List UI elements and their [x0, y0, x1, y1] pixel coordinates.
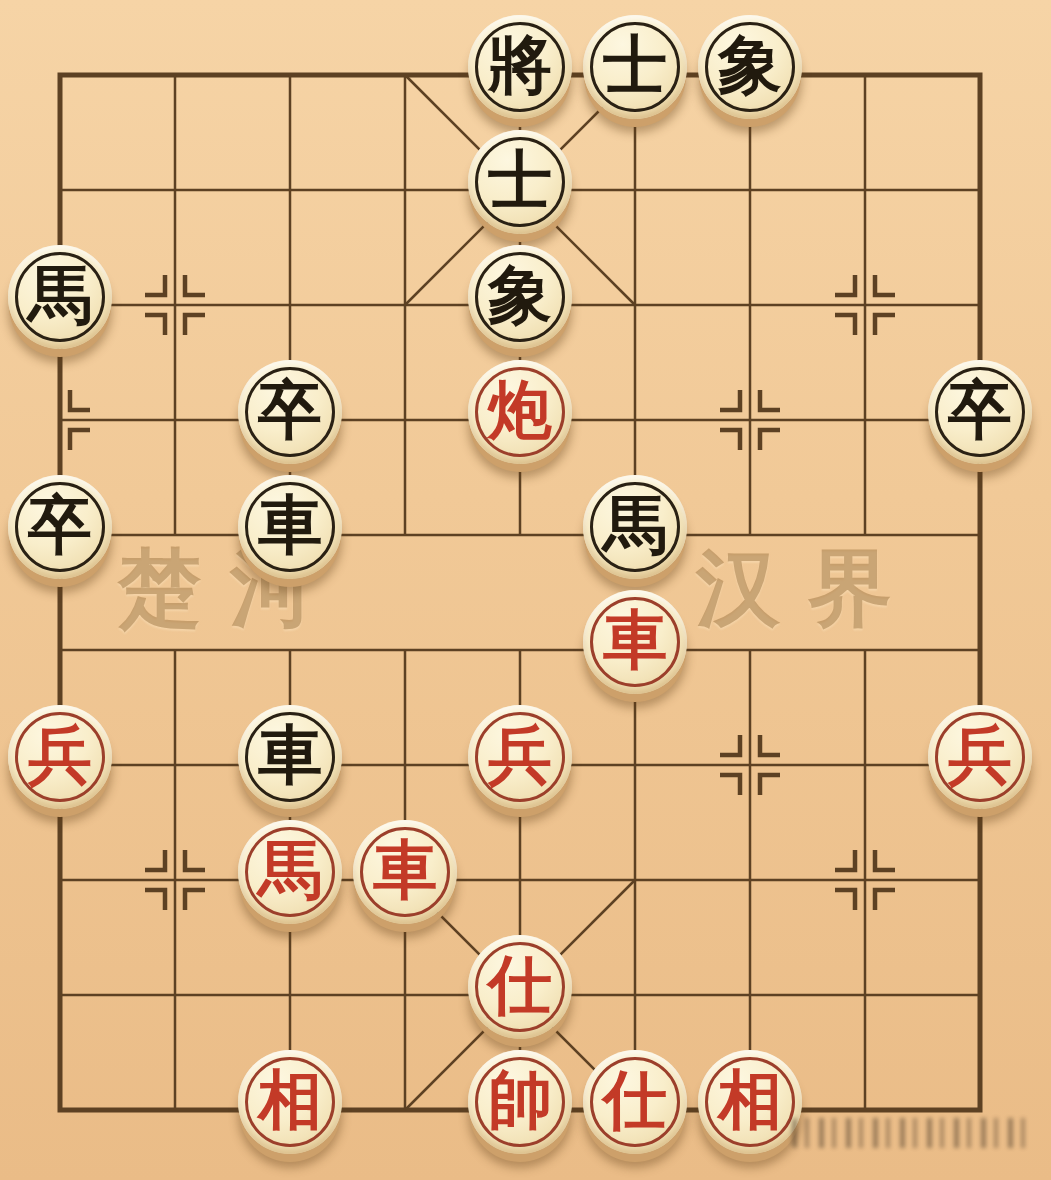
piece-red-r9c5[interactable]: 仕 — [583, 1050, 687, 1154]
piece-glyph: 卒 — [948, 378, 1012, 442]
piece-glyph: 士 — [603, 33, 667, 97]
piece-glyph: 兵 — [488, 723, 552, 787]
piece-red-r5c5[interactable]: 車 — [583, 590, 687, 694]
piece-red-r8c4[interactable]: 仕 — [468, 935, 572, 1039]
piece-glyph: 象 — [488, 263, 552, 327]
piece-glyph: 卒 — [28, 493, 92, 557]
piece-glyph: 車 — [373, 838, 437, 902]
piece-glyph: 仕 — [488, 953, 552, 1017]
piece-glyph: 相 — [718, 1068, 782, 1132]
piece-glyph: 帥 — [488, 1068, 552, 1132]
piece-glyph: 士 — [488, 148, 552, 212]
piece-glyph: 將 — [488, 33, 552, 97]
piece-glyph: 車 — [258, 493, 322, 557]
piece-red-r9c4[interactable]: 帥 — [468, 1050, 572, 1154]
piece-black-r3c2[interactable]: 卒 — [238, 360, 342, 464]
piece-red-r3c4[interactable]: 炮 — [468, 360, 572, 464]
piece-glyph: 馬 — [258, 838, 322, 902]
piece-black-r6c2[interactable]: 車 — [238, 705, 342, 809]
piece-glyph: 兵 — [948, 723, 1012, 787]
piece-red-r7c3[interactable]: 車 — [353, 820, 457, 924]
piece-glyph: 卒 — [258, 378, 322, 442]
piece-black-r4c0[interactable]: 卒 — [8, 475, 112, 579]
piece-red-r9c6[interactable]: 相 — [698, 1050, 802, 1154]
piece-black-r0c4[interactable]: 將 — [468, 15, 572, 119]
xiangqi-board: 楚河 汉界 將士象士馬象卒炮卒卒車馬車兵車兵兵馬車仕相帥仕相 — [0, 0, 1051, 1180]
piece-glyph: 車 — [258, 723, 322, 787]
piece-red-r6c0[interactable]: 兵 — [8, 705, 112, 809]
piece-black-r1c4[interactable]: 士 — [468, 130, 572, 234]
piece-grid: 將士象士馬象卒炮卒卒車馬車兵車兵兵馬車仕相帥仕相 — [3, 18, 1038, 1168]
piece-glyph: 車 — [603, 608, 667, 672]
piece-black-r2c4[interactable]: 象 — [468, 245, 572, 349]
piece-red-r6c4[interactable]: 兵 — [468, 705, 572, 809]
piece-black-r0c5[interactable]: 士 — [583, 15, 687, 119]
piece-red-r6c8[interactable]: 兵 — [928, 705, 1032, 809]
piece-black-r4c5[interactable]: 馬 — [583, 475, 687, 579]
piece-black-r3c8[interactable]: 卒 — [928, 360, 1032, 464]
piece-glyph: 相 — [258, 1068, 322, 1132]
watermark-smudge — [792, 1118, 1034, 1148]
piece-glyph: 馬 — [603, 493, 667, 557]
piece-red-r7c2[interactable]: 馬 — [238, 820, 342, 924]
piece-glyph: 仕 — [603, 1068, 667, 1132]
piece-glyph: 馬 — [28, 263, 92, 327]
piece-black-r2c0[interactable]: 馬 — [8, 245, 112, 349]
piece-red-r9c2[interactable]: 相 — [238, 1050, 342, 1154]
piece-black-r4c2[interactable]: 車 — [238, 475, 342, 579]
piece-black-r0c6[interactable]: 象 — [698, 15, 802, 119]
piece-glyph: 象 — [718, 33, 782, 97]
piece-glyph: 炮 — [488, 378, 552, 442]
piece-glyph: 兵 — [28, 723, 92, 787]
